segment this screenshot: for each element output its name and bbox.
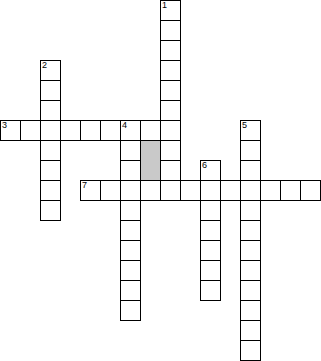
grid-cell-c12r12[interactable] <box>240 240 261 261</box>
grid-cell-c10r9[interactable] <box>200 180 221 201</box>
grid-cell-c11r9[interactable] <box>220 180 241 201</box>
grid-cell-c2r8[interactable] <box>40 160 61 181</box>
clue-number-4: 4 <box>122 121 127 130</box>
grid-cell-c12r8[interactable] <box>240 160 261 181</box>
grid-cell-c9r9[interactable] <box>180 180 201 201</box>
grid-cell-c10r10[interactable] <box>200 200 221 221</box>
grid-cell-c10r12[interactable] <box>200 240 221 261</box>
clue-number-7: 7 <box>82 181 87 190</box>
grid-cell-c12r7[interactable] <box>240 140 261 161</box>
grid-cell-c12r13[interactable] <box>240 260 261 281</box>
grid-cell-c8r8[interactable] <box>160 160 181 181</box>
grid-cell-c8r6[interactable] <box>160 120 181 141</box>
grid-cell-c6r7[interactable] <box>120 140 141 161</box>
clue-number-3: 3 <box>2 121 7 130</box>
grid-cell-c2r10[interactable] <box>40 200 61 221</box>
grid-cell-c1r6[interactable] <box>20 120 41 141</box>
grid-cell-c12r15[interactable] <box>240 300 261 321</box>
grid-cell-c6r15[interactable] <box>120 300 141 321</box>
grid-cell-c6r13[interactable] <box>120 260 141 281</box>
grid-cell-c4r9[interactable]: 7 <box>80 180 101 201</box>
grid-cell-c12r17[interactable] <box>240 340 261 361</box>
grid-cell-c12r16[interactable] <box>240 320 261 341</box>
grid-cell-c8r3[interactable] <box>160 60 181 81</box>
grid-cell-c12r9[interactable] <box>240 180 261 201</box>
grid-cell-c5r6[interactable] <box>100 120 121 141</box>
grid-cell-c6r8[interactable] <box>120 160 141 181</box>
grid-cell-c6r14[interactable] <box>120 280 141 301</box>
grid-cell-c15r9[interactable] <box>300 180 321 201</box>
grid-cell-c6r11[interactable] <box>120 220 141 241</box>
grid-cell-c2r4[interactable] <box>40 80 61 101</box>
grid-cell-c2r7[interactable] <box>40 140 61 161</box>
grid-cell-c12r11[interactable] <box>240 220 261 241</box>
grid-cell-c10r8[interactable]: 6 <box>200 160 221 181</box>
grid-cell-c8r7[interactable] <box>160 140 181 161</box>
grid-cell-c8r4[interactable] <box>160 80 181 101</box>
grid-cell-c2r6[interactable] <box>40 120 61 141</box>
grid-cell-c14r9[interactable] <box>280 180 301 201</box>
grid-cell-c2r9[interactable] <box>40 180 61 201</box>
grid-cell-c6r6[interactable]: 4 <box>120 120 141 141</box>
grid-cell-c2r3[interactable]: 2 <box>40 60 61 81</box>
clue-number-2: 2 <box>42 61 47 70</box>
clue-number-6: 6 <box>202 161 207 170</box>
grid-cell-c7r9[interactable] <box>140 180 161 201</box>
grid-cell-c12r6[interactable]: 5 <box>240 120 261 141</box>
grid-cell-c10r14[interactable] <box>200 280 221 301</box>
grid-cell-c10r11[interactable] <box>200 220 221 241</box>
grid-cell-c6r12[interactable] <box>120 240 141 261</box>
grid-cell-c12r14[interactable] <box>240 280 261 301</box>
grid-cell-c10r13[interactable] <box>200 260 221 281</box>
clue-number-5: 5 <box>242 121 247 130</box>
grid-cell-c0r6[interactable]: 3 <box>0 120 21 141</box>
grid-cell-c8r0[interactable]: 1 <box>160 0 181 21</box>
grid-cell-c8r9[interactable] <box>160 180 181 201</box>
grid-cell-c8r5[interactable] <box>160 100 181 121</box>
grid-cell-c3r6[interactable] <box>60 120 81 141</box>
crossword-board: 1234567 <box>0 0 321 361</box>
grid-cell-c6r9[interactable] <box>120 180 141 201</box>
grid-cell-c8r2[interactable] <box>160 40 181 61</box>
clue-number-1: 1 <box>162 1 167 10</box>
grid-cell-c12r10[interactable] <box>240 200 261 221</box>
grid-cell-c6r10[interactable] <box>120 200 141 221</box>
grid-cell-c13r9[interactable] <box>260 180 281 201</box>
grid-cell-c8r1[interactable] <box>160 20 181 41</box>
grid-cell-c7r6[interactable] <box>140 120 161 141</box>
grid-cell-c2r5[interactable] <box>40 100 61 121</box>
grid-cell-c5r9[interactable] <box>100 180 121 201</box>
shaded-cell <box>140 140 161 181</box>
grid-cell-c4r6[interactable] <box>80 120 101 141</box>
